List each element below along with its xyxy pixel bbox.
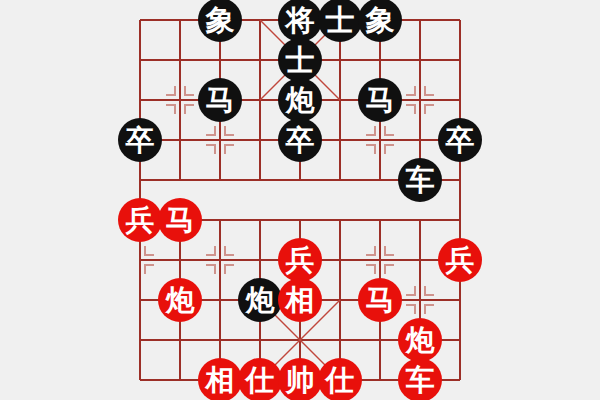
piece-black-horse[interactable]: 马 (358, 78, 402, 122)
piece-red-soldier[interactable]: 兵 (118, 198, 162, 242)
piece-red-advisor[interactable]: 仕 (238, 358, 282, 400)
piece-red-elephant[interactable]: 相 (278, 278, 322, 322)
piece-red-general[interactable]: 帅 (278, 358, 322, 400)
piece-black-soldier[interactable]: 卒 (118, 118, 162, 162)
piece-black-advisor[interactable]: 士 (278, 38, 322, 82)
piece-black-cannon[interactable]: 炮 (238, 278, 282, 322)
piece-red-chariot[interactable]: 车 (398, 358, 442, 400)
piece-black-general[interactable]: 将 (278, 0, 322, 42)
piece-red-elephant[interactable]: 相 (198, 358, 242, 400)
piece-black-elephant[interactable]: 象 (198, 0, 242, 42)
piece-red-horse[interactable]: 马 (358, 278, 402, 322)
piece-red-horse[interactable]: 马 (158, 198, 202, 242)
piece-red-soldier[interactable]: 兵 (278, 238, 322, 282)
piece-red-cannon[interactable]: 炮 (158, 278, 202, 322)
piece-black-elephant[interactable]: 象 (358, 0, 402, 42)
xiangqi-board[interactable]: 象将士象士马炮马卒卒卒车炮兵马兵兵炮相马炮相仕帅仕车 (0, 0, 600, 400)
piece-black-soldier[interactable]: 卒 (278, 118, 322, 162)
piece-black-soldier[interactable]: 卒 (438, 118, 482, 162)
piece-red-advisor[interactable]: 仕 (318, 358, 362, 400)
piece-black-cannon[interactable]: 炮 (278, 78, 322, 122)
piece-black-advisor[interactable]: 士 (318, 0, 362, 42)
piece-red-soldier[interactable]: 兵 (438, 238, 482, 282)
piece-red-cannon[interactable]: 炮 (398, 318, 442, 362)
piece-black-chariot[interactable]: 车 (398, 158, 442, 202)
xiangqi-app: 象将士象士马炮马卒卒卒车炮兵马兵兵炮相马炮相仕帅仕车 (0, 0, 600, 400)
piece-black-horse[interactable]: 马 (198, 78, 242, 122)
